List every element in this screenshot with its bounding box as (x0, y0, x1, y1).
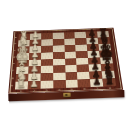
piece-wR: ♜ (15, 77, 25, 89)
square-g5 (64, 72, 77, 80)
hinge-icon (57, 29, 59, 30)
square-g4 (52, 72, 65, 80)
chess-set: ♜♟♟♜♞♟♟♞♝♟♟♝♛♟♟♛♚♟♟♚♝♟♟♝♞♟♟♞♜♟♟♜ 1234567… (2, 1, 126, 115)
square-a6 (74, 31, 86, 38)
square-h2: ♟ (27, 80, 40, 88)
square-h8: ♜ (102, 78, 116, 86)
square-d5 (64, 51, 76, 58)
square-h3 (40, 80, 53, 88)
square-h4 (52, 80, 65, 88)
square-e4 (52, 58, 64, 65)
square-c3 (40, 45, 52, 52)
square-c6 (75, 44, 87, 51)
square-e3 (40, 58, 52, 65)
hinge-icon (84, 29, 86, 30)
square-c5 (64, 44, 76, 51)
square-a5 (63, 32, 75, 39)
square-g3 (40, 73, 52, 81)
square-g6 (77, 71, 90, 79)
square-c4 (52, 45, 64, 52)
square-h5 (65, 79, 78, 87)
square-h1: ♜ (14, 81, 27, 89)
chess-board: ♜♟♟♜♞♟♟♞♝♟♟♝♛♟♟♛♚♟♟♚♝♟♟♝♞♟♟♞♜♟♟♜ 1234567… (8, 27, 123, 93)
square-b4 (52, 38, 64, 45)
coord-label: f (10, 67, 16, 74)
square-a3 (41, 32, 52, 39)
square-b5 (63, 38, 75, 45)
piece-bR: ♜ (104, 74, 114, 86)
square-f5 (64, 65, 76, 73)
photo-canvas: ♜♟♟♜♞♟♟♞♝♟♟♝♛♟♟♛♚♟♟♚♝♟♟♝♞♟♟♞♜♟♟♜ 1234567… (0, 0, 128, 128)
square-d4 (52, 51, 64, 58)
square-e6 (76, 57, 88, 64)
square-b3 (41, 39, 53, 46)
square-b6 (75, 37, 87, 44)
square-d3 (40, 52, 52, 59)
clasp-icon (61, 92, 69, 97)
square-h6 (77, 79, 90, 87)
square-e5 (64, 58, 76, 65)
piece-wP: ♟ (29, 78, 38, 88)
coord-label: h (8, 81, 14, 89)
board-squares: ♜♟♟♜♞♟♟♞♝♟♟♝♛♟♟♛♚♟♟♚♝♟♟♝♞♟♟♞♜♟♟♜ (14, 31, 115, 90)
square-f3 (40, 65, 52, 73)
box-side (7, 89, 123, 101)
square-d6 (75, 50, 87, 57)
square-f6 (76, 64, 89, 72)
coord-label: g (9, 74, 15, 82)
piece-bP: ♟ (92, 76, 101, 86)
square-f4 (52, 65, 64, 73)
square-h7: ♟ (90, 78, 103, 86)
square-a4 (52, 32, 63, 39)
